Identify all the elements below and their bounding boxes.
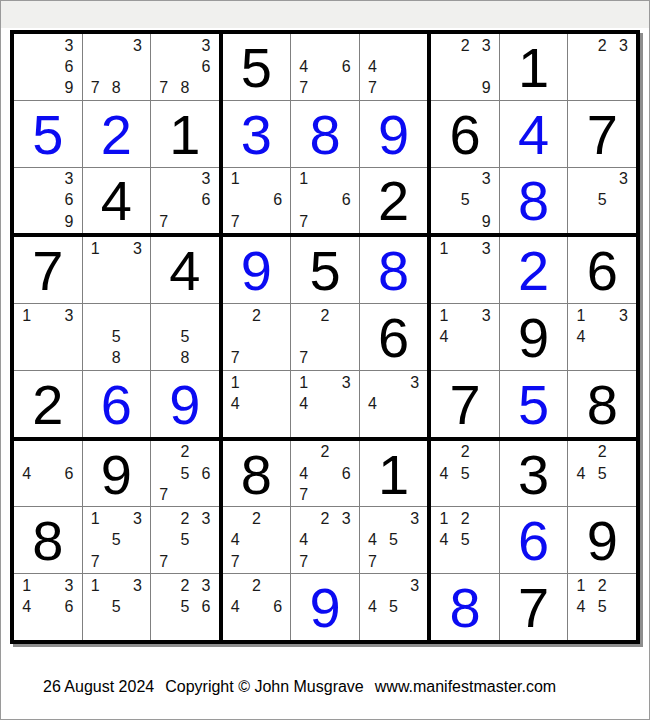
candidate-empty-slot: [153, 348, 174, 369]
cell-r4c2[interactable]: 13: [83, 237, 151, 303]
candidate-empty-slot: [153, 190, 174, 211]
cell-r1c3[interactable]: 3678: [151, 34, 219, 100]
candidate-digit: 7: [153, 211, 174, 232]
candidate-empty-slot: [336, 484, 357, 505]
candidate-digit: 3: [195, 575, 216, 596]
given-digit: 2: [378, 173, 409, 229]
cell-r9c5[interactable]: 9: [291, 574, 359, 640]
candidate-empty-slot: [127, 260, 148, 281]
candidate-digit: 1: [570, 305, 591, 326]
given-digit: 8: [241, 447, 272, 503]
given-digit: 1: [518, 40, 549, 96]
candidate-empty-slot: [153, 169, 174, 190]
cell-r8c2[interactable]: 1357: [83, 507, 151, 573]
cell-r9c3[interactable]: 2356: [151, 574, 219, 640]
pencil-grid: 246: [225, 575, 289, 639]
candidate-empty-slot: [37, 190, 58, 211]
cell-r9c2[interactable]: 135: [83, 574, 151, 640]
pencil-grid: 345: [362, 575, 426, 639]
cell-r3c3[interactable]: 367: [151, 168, 219, 234]
given-digit: 4: [101, 173, 132, 229]
candidate-empty-slot: [195, 618, 216, 639]
candidate-empty-slot: [455, 238, 476, 259]
cell-r5c8[interactable]: 9: [500, 304, 568, 370]
cell-r7c5[interactable]: 2467: [291, 441, 359, 507]
candidate-empty-slot: [267, 211, 288, 232]
cell-r3c1[interactable]: 369: [14, 168, 82, 234]
cell-r9c9[interactable]: 1245: [568, 574, 636, 640]
candidate-empty-slot: [476, 551, 497, 572]
candidate-empty-slot: [476, 463, 497, 484]
cell-r4c8[interactable]: 2: [500, 237, 568, 303]
cell-r6c5[interactable]: 134: [291, 371, 359, 437]
given-digit: 9: [587, 513, 618, 569]
candidate-digit: 3: [127, 575, 148, 596]
candidate-digit: 5: [455, 190, 476, 211]
candidate-empty-slot: [476, 484, 497, 505]
candidate-digit: 7: [225, 211, 246, 232]
cell-r3c9[interactable]: 35: [568, 168, 636, 234]
candidate-empty-slot: [570, 211, 591, 232]
candidate-empty-slot: [383, 414, 404, 435]
cell-r3c2[interactable]: 4: [83, 168, 151, 234]
given-digit: 5: [309, 243, 340, 299]
cell-r8c3[interactable]: 2357: [151, 507, 219, 573]
pencil-grid: 2357: [153, 508, 217, 572]
candidate-empty-slot: [85, 530, 106, 551]
pencil-grid: 58: [85, 305, 149, 369]
cell-r3c5[interactable]: 167: [291, 168, 359, 234]
candidate-empty-slot: [433, 281, 454, 302]
candidate-digit: 2: [246, 508, 267, 529]
candidate-empty-slot: [85, 305, 106, 326]
cell-r6c8[interactable]: 5: [500, 371, 568, 437]
cell-r2c2[interactable]: 2: [83, 101, 151, 167]
candidate-digit: 4: [362, 530, 383, 551]
candidate-empty-slot: [570, 56, 591, 77]
candidate-empty-slot: [174, 190, 195, 211]
candidate-empty-slot: [383, 551, 404, 572]
candidate-empty-slot: [455, 551, 476, 572]
candidate-empty-slot: [314, 326, 335, 347]
cell-r7c3[interactable]: 2567: [151, 441, 219, 507]
candidate-empty-slot: [336, 393, 357, 414]
candidate-digit: 7: [293, 484, 314, 505]
given-digit: 6: [378, 310, 409, 366]
candidate-digit: 4: [293, 530, 314, 551]
candidate-empty-slot: [16, 442, 37, 463]
cell-r4c1[interactable]: 7: [14, 237, 82, 303]
candidate-empty-slot: [267, 551, 288, 572]
candidate-empty-slot: [174, 169, 195, 190]
cell-r4c7[interactable]: 13: [431, 237, 499, 303]
candidate-empty-slot: [433, 211, 454, 232]
candidate-digit: 6: [58, 463, 79, 484]
candidate-empty-slot: [127, 56, 148, 77]
cell-r5c9[interactable]: 134: [568, 304, 636, 370]
candidate-empty-slot: [570, 35, 591, 56]
cell-r2c6[interactable]: 9: [360, 101, 428, 167]
cell-r2c1[interactable]: 5: [14, 101, 82, 167]
candidate-empty-slot: [476, 260, 497, 281]
candidate-empty-slot: [127, 281, 148, 302]
candidate-digit: 2: [592, 442, 613, 463]
cell-r6c1[interactable]: 2: [14, 371, 82, 437]
cell-r9c1[interactable]: 1346: [14, 574, 82, 640]
entered-digit: 2: [101, 107, 132, 163]
candidate-digit: 6: [195, 190, 216, 211]
candidate-digit: 2: [314, 305, 335, 326]
candidate-empty-slot: [37, 169, 58, 190]
candidate-digit: 2: [592, 35, 613, 56]
cell-r6c4[interactable]: 14: [223, 371, 291, 437]
candidate-digit: 2: [174, 442, 195, 463]
cell-r8c8[interactable]: 6: [500, 507, 568, 573]
candidate-digit: 6: [267, 596, 288, 617]
candidate-empty-slot: [336, 442, 357, 463]
candidate-empty-slot: [85, 326, 106, 347]
cell-r1c8[interactable]: 1: [500, 34, 568, 100]
pencil-grid: 167: [293, 169, 357, 233]
candidate-empty-slot: [174, 35, 195, 56]
cell-r8c1[interactable]: 8: [14, 507, 82, 573]
candidate-empty-slot: [58, 618, 79, 639]
candidate-empty-slot: [314, 35, 335, 56]
pencil-grid: 46: [16, 442, 80, 506]
entered-digit: 8: [378, 243, 409, 299]
candidate-empty-slot: [16, 169, 37, 190]
cell-r4c4[interactable]: 9: [223, 237, 291, 303]
box-3-1: 469256781357235713461352356: [14, 441, 219, 640]
cell-r4c6[interactable]: 8: [360, 237, 428, 303]
candidate-digit: 5: [174, 530, 195, 551]
given-digit: 7: [518, 580, 549, 636]
candidate-digit: 3: [58, 575, 79, 596]
pencil-grid: 2356: [153, 575, 217, 639]
candidate-digit: 7: [225, 551, 246, 572]
candidate-digit: 7: [153, 78, 174, 99]
candidate-empty-slot: [314, 551, 335, 572]
candidate-digit: 3: [476, 35, 497, 56]
candidate-empty-slot: [37, 78, 58, 99]
cell-r8c4[interactable]: 247: [223, 507, 291, 573]
candidate-digit: 6: [195, 463, 216, 484]
candidate-empty-slot: [314, 348, 335, 369]
given-digit: 1: [169, 107, 200, 163]
candidate-digit: 4: [225, 530, 246, 551]
cell-r8c9[interactable]: 9: [568, 507, 636, 573]
candidate-empty-slot: [592, 348, 613, 369]
candidate-empty-slot: [433, 190, 454, 211]
candidate-empty-slot: [106, 238, 127, 259]
candidate-empty-slot: [336, 35, 357, 56]
candidate-digit: 4: [16, 596, 37, 617]
candidate-empty-slot: [362, 35, 383, 56]
candidate-empty-slot: [383, 372, 404, 393]
cell-r6c7[interactable]: 7: [431, 371, 499, 437]
candidate-digit: 2: [455, 442, 476, 463]
candidate-digit: 5: [106, 530, 127, 551]
cell-r2c9[interactable]: 7: [568, 101, 636, 167]
cell-r3c7[interactable]: 359: [431, 168, 499, 234]
candidate-digit: 9: [476, 78, 497, 99]
given-digit: 6: [450, 107, 481, 163]
candidate-digit: 2: [592, 575, 613, 596]
given-digit: 5: [241, 40, 272, 96]
given-digit: 7: [450, 377, 481, 433]
given-digit: 7: [32, 243, 63, 299]
cell-r1c4[interactable]: 5: [223, 34, 291, 100]
candidate-digit: 6: [336, 190, 357, 211]
candidate-digit: 6: [336, 56, 357, 77]
cell-r8c7[interactable]: 1245: [431, 507, 499, 573]
candidate-empty-slot: [476, 326, 497, 347]
candidate-empty-slot: [37, 211, 58, 232]
given-digit: 4: [169, 243, 200, 299]
candidate-empty-slot: [85, 35, 106, 56]
pencil-grid: 13: [433, 238, 497, 302]
cell-r5c3[interactable]: 58: [151, 304, 219, 370]
pencil-grid: 2347: [293, 508, 357, 572]
candidate-empty-slot: [16, 190, 37, 211]
cell-r7c6[interactable]: 1: [360, 441, 428, 507]
candidate-empty-slot: [267, 393, 288, 414]
candidate-empty-slot: [267, 305, 288, 326]
candidate-empty-slot: [16, 211, 37, 232]
candidate-empty-slot: [293, 442, 314, 463]
cell-r7c9[interactable]: 245: [568, 441, 636, 507]
cell-r6c6[interactable]: 34: [360, 371, 428, 437]
cell-r8c5[interactable]: 2347: [291, 507, 359, 573]
candidate-empty-slot: [613, 56, 634, 77]
cell-r2c4[interactable]: 3: [223, 101, 291, 167]
candidate-empty-slot: [127, 530, 148, 551]
cell-r9c8[interactable]: 7: [500, 574, 568, 640]
candidate-empty-slot: [570, 442, 591, 463]
candidate-empty-slot: [127, 618, 148, 639]
candidate-empty-slot: [174, 618, 195, 639]
candidate-empty-slot: [314, 463, 335, 484]
candidate-digit: 5: [383, 530, 404, 551]
candidate-empty-slot: [433, 551, 454, 572]
candidate-digit: 2: [246, 575, 267, 596]
candidate-empty-slot: [362, 372, 383, 393]
pencil-grid: 3678: [153, 35, 217, 99]
candidate-empty-slot: [174, 551, 195, 572]
candidate-empty-slot: [336, 305, 357, 326]
candidate-empty-slot: [195, 484, 216, 505]
given-digit: 3: [518, 447, 549, 503]
cell-r6c9[interactable]: 8: [568, 371, 636, 437]
sudoku-board: 3693783678521369436754674738916716722391…: [10, 30, 640, 644]
candidate-empty-slot: [404, 596, 425, 617]
candidate-empty-slot: [592, 484, 613, 505]
candidate-digit: 5: [383, 596, 404, 617]
candidate-empty-slot: [314, 169, 335, 190]
candidate-empty-slot: [16, 35, 37, 56]
pencil-grid: 34: [362, 372, 426, 436]
cell-r4c9[interactable]: 6: [568, 237, 636, 303]
candidate-digit: 1: [85, 238, 106, 259]
candidate-empty-slot: [85, 56, 106, 77]
candidate-empty-slot: [383, 56, 404, 77]
cell-r5c4[interactable]: 27: [223, 304, 291, 370]
given-digit: 1: [378, 447, 409, 503]
candidate-empty-slot: [433, 169, 454, 190]
candidate-empty-slot: [613, 326, 634, 347]
given-digit: 2: [32, 377, 63, 433]
candidate-digit: 3: [58, 169, 79, 190]
cell-r8c6[interactable]: 3457: [360, 507, 428, 573]
candidate-empty-slot: [106, 508, 127, 529]
candidate-empty-slot: [246, 169, 267, 190]
cell-r7c7[interactable]: 245: [431, 441, 499, 507]
cell-r1c5[interactable]: 467: [291, 34, 359, 100]
candidate-empty-slot: [153, 596, 174, 617]
candidate-empty-slot: [195, 551, 216, 572]
candidate-empty-slot: [592, 211, 613, 232]
given-digit: 9: [518, 310, 549, 366]
candidate-digit: 5: [174, 596, 195, 617]
candidate-empty-slot: [246, 414, 267, 435]
candidate-empty-slot: [613, 463, 634, 484]
candidate-empty-slot: [153, 35, 174, 56]
candidate-digit: 4: [225, 596, 246, 617]
footer-website: www.manifestmaster.com: [375, 678, 556, 695]
candidate-empty-slot: [433, 260, 454, 281]
candidate-empty-slot: [592, 305, 613, 326]
candidate-digit: 5: [592, 463, 613, 484]
candidate-empty-slot: [455, 326, 476, 347]
candidate-empty-slot: [314, 211, 335, 232]
cell-r2c8[interactable]: 4: [500, 101, 568, 167]
candidate-digit: 6: [58, 190, 79, 211]
candidate-digit: 1: [225, 169, 246, 190]
cell-r9c6[interactable]: 345: [360, 574, 428, 640]
candidate-digit: 4: [293, 463, 314, 484]
candidate-empty-slot: [153, 530, 174, 551]
cell-r6c3[interactable]: 9: [151, 371, 219, 437]
candidate-empty-slot: [592, 78, 613, 99]
cell-r5c1[interactable]: 13: [14, 304, 82, 370]
candidate-digit: 6: [336, 463, 357, 484]
candidate-empty-slot: [455, 56, 476, 77]
candidate-digit: 7: [293, 78, 314, 99]
candidate-empty-slot: [267, 508, 288, 529]
candidate-empty-slot: [225, 190, 246, 211]
candidate-empty-slot: [127, 78, 148, 99]
cell-r2c5[interactable]: 8: [291, 101, 359, 167]
pencil-grid: 13: [16, 305, 80, 369]
candidate-empty-slot: [476, 281, 497, 302]
cell-r2c3[interactable]: 1: [151, 101, 219, 167]
candidate-digit: 8: [106, 78, 127, 99]
candidate-empty-slot: [592, 618, 613, 639]
candidate-empty-slot: [246, 596, 267, 617]
cell-r5c7[interactable]: 134: [431, 304, 499, 370]
candidate-empty-slot: [336, 551, 357, 572]
cell-r4c5[interactable]: 5: [291, 237, 359, 303]
cell-r5c2[interactable]: 58: [83, 304, 151, 370]
cell-r7c1[interactable]: 46: [14, 441, 82, 507]
candidate-empty-slot: [383, 508, 404, 529]
candidate-empty-slot: [404, 56, 425, 77]
cell-r7c2[interactable]: 9: [83, 441, 151, 507]
cell-r2c7[interactable]: 6: [431, 101, 499, 167]
given-digit: 8: [32, 513, 63, 569]
entered-digit: 9: [241, 243, 272, 299]
candidate-digit: 7: [225, 348, 246, 369]
candidate-digit: 3: [476, 238, 497, 259]
candidate-empty-slot: [314, 190, 335, 211]
candidate-empty-slot: [433, 348, 454, 369]
candidate-empty-slot: [455, 211, 476, 232]
candidate-empty-slot: [174, 211, 195, 232]
cell-r1c2[interactable]: 378: [83, 34, 151, 100]
candidate-empty-slot: [570, 618, 591, 639]
cell-r1c7[interactable]: 239: [431, 34, 499, 100]
cell-r7c4[interactable]: 8: [223, 441, 291, 507]
candidate-digit: 2: [174, 575, 195, 596]
candidate-empty-slot: [37, 35, 58, 56]
cell-r7c8[interactable]: 3: [500, 441, 568, 507]
entered-digit: 2: [518, 243, 549, 299]
candidate-digit: 3: [58, 35, 79, 56]
candidate-digit: 3: [127, 35, 148, 56]
pencil-grid: 14: [225, 372, 289, 436]
candidate-empty-slot: [476, 442, 497, 463]
candidate-digit: 3: [336, 372, 357, 393]
cell-r6c2[interactable]: 6: [83, 371, 151, 437]
candidate-empty-slot: [37, 305, 58, 326]
candidate-empty-slot: [613, 190, 634, 211]
cell-r3c8[interactable]: 8: [500, 168, 568, 234]
cell-r9c4[interactable]: 246: [223, 574, 291, 640]
cell-r3c4[interactable]: 167: [223, 168, 291, 234]
candidate-empty-slot: [336, 211, 357, 232]
candidate-empty-slot: [570, 78, 591, 99]
candidate-digit: 7: [362, 78, 383, 99]
cell-r1c1[interactable]: 369: [14, 34, 82, 100]
cell-r4c3[interactable]: 4: [151, 237, 219, 303]
cell-r5c6[interactable]: 6: [360, 304, 428, 370]
cell-r9c7[interactable]: 8: [431, 574, 499, 640]
cell-r1c6[interactable]: 47: [360, 34, 428, 100]
candidate-empty-slot: [153, 508, 174, 529]
candidate-empty-slot: [267, 414, 288, 435]
candidate-empty-slot: [16, 56, 37, 77]
candidate-digit: 1: [85, 575, 106, 596]
pencil-grid: 369: [16, 169, 80, 233]
cell-r5c5[interactable]: 27: [291, 304, 359, 370]
candidate-empty-slot: [455, 281, 476, 302]
pencil-grid: 245: [433, 442, 497, 506]
pencil-grid: 369: [16, 35, 80, 99]
candidate-empty-slot: [267, 348, 288, 369]
candidate-empty-slot: [58, 326, 79, 347]
entered-digit: 5: [518, 377, 549, 433]
candidate-empty-slot: [106, 281, 127, 302]
candidate-empty-slot: [225, 414, 246, 435]
candidate-digit: 3: [404, 508, 425, 529]
candidate-digit: 3: [404, 372, 425, 393]
cell-r1c9[interactable]: 23: [568, 34, 636, 100]
cell-r3c6[interactable]: 2: [360, 168, 428, 234]
candidate-digit: 7: [293, 211, 314, 232]
candidate-empty-slot: [404, 551, 425, 572]
box-2-1: 7134135858269: [14, 237, 219, 436]
candidate-empty-slot: [267, 372, 288, 393]
